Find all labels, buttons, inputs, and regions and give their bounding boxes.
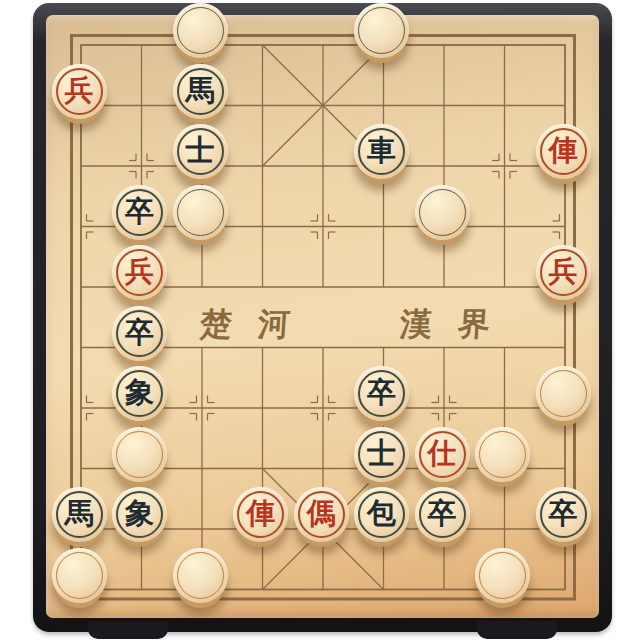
piece-ring: 馬 [56,491,103,538]
piece-glyph: 卒 [367,378,396,409]
piece-black-車[interactable]: 車 [354,124,409,179]
piece-ring [116,431,163,478]
piece-glyph: 車 [367,136,396,167]
piece-black-卒[interactable]: 卒 [536,487,591,542]
piece-ring: 兵 [540,249,587,296]
piece-red-俥[interactable]: 俥 [233,487,288,542]
piece-glyph: 卒 [125,197,154,228]
piece-ring: 象 [116,491,163,538]
piece-ring [479,552,526,599]
piece-red-兵[interactable]: 兵 [52,64,107,119]
piece-ring: 象 [116,370,163,417]
piece-glyph: 包 [367,499,396,530]
piece-red-仕[interactable]: 仕 [415,427,470,482]
piece-black-馬[interactable]: 馬 [52,487,107,542]
hidden-piece-red[interactable] [112,427,167,482]
piece-black-士[interactable]: 士 [173,124,228,179]
piece-ring: 傌 [298,491,345,538]
piece-glyph: 卒 [549,499,578,530]
hidden-piece-red[interactable] [52,548,107,603]
piece-ring: 兵 [56,68,103,115]
piece-black-卒[interactable]: 卒 [112,185,167,240]
piece-glyph: 士 [367,439,396,470]
piece-black-象[interactable]: 象 [112,487,167,542]
piece-glyph: 馬 [65,499,94,530]
piece-ring: 包 [358,491,405,538]
hidden-piece-red[interactable] [475,427,530,482]
hidden-piece-black[interactable] [415,185,470,240]
piece-red-傌[interactable]: 傌 [294,487,349,542]
piece-ring: 卒 [419,491,466,538]
piece-black-包[interactable]: 包 [354,487,409,542]
piece-glyph: 象 [125,378,154,409]
piece-glyph: 卒 [125,318,154,349]
piece-grid: 兵馬士車俥卒兵兵卒象卒士仕馬象俥傌包卒卒 [51,12,596,617]
board-frame: 楚河 漢界 兵馬士車俥卒兵兵卒象卒士仕馬象俥傌包卒卒 [33,3,612,632]
piece-ring: 士 [358,431,405,478]
piece-glyph: 卒 [428,499,457,530]
piece-ring: 士 [177,128,224,175]
hidden-piece-black[interactable] [354,3,409,58]
hidden-piece-red[interactable] [475,548,530,603]
hidden-piece-red[interactable] [536,366,591,421]
piece-glyph: 俥 [549,136,578,167]
piece-ring [479,431,526,478]
board-surface[interactable]: 楚河 漢界 兵馬士車俥卒兵兵卒象卒士仕馬象俥傌包卒卒 [46,15,599,618]
board-foot-right [477,621,557,639]
piece-ring: 卒 [540,491,587,538]
piece-black-卒[interactable]: 卒 [415,487,470,542]
piece-ring: 馬 [177,68,224,115]
piece-ring [419,189,466,236]
piece-ring: 俥 [540,128,587,175]
piece-black-馬[interactable]: 馬 [173,64,228,119]
piece-ring: 卒 [116,310,163,357]
hidden-piece-red[interactable] [173,548,228,603]
piece-black-士[interactable]: 士 [354,427,409,482]
board-foot-left [88,621,168,639]
xiangqi-screenshot: { "game": { "name": "Xiangqi (Chinese Ch… [0,0,640,640]
piece-black-卒[interactable]: 卒 [112,306,167,361]
piece-ring [177,189,224,236]
piece-ring: 俥 [237,491,284,538]
piece-ring [56,552,103,599]
piece-glyph: 俥 [246,499,275,530]
piece-glyph: 兵 [65,76,94,107]
piece-ring [177,7,224,54]
piece-glyph: 馬 [186,76,215,107]
piece-black-卒[interactable]: 卒 [354,366,409,421]
piece-ring: 仕 [419,431,466,478]
piece-ring [358,7,405,54]
piece-glyph: 兵 [125,257,154,288]
piece-glyph: 象 [125,499,154,530]
piece-red-兵[interactable]: 兵 [536,245,591,300]
piece-ring [177,552,224,599]
piece-ring: 車 [358,128,405,175]
piece-ring: 卒 [358,370,405,417]
piece-black-象[interactable]: 象 [112,366,167,421]
piece-glyph: 仕 [428,439,457,470]
piece-red-兵[interactable]: 兵 [112,245,167,300]
piece-glyph: 兵 [549,257,578,288]
piece-ring: 卒 [116,189,163,236]
piece-red-俥[interactable]: 俥 [536,124,591,179]
piece-glyph: 傌 [307,499,336,530]
piece-ring [540,370,587,417]
piece-glyph: 士 [186,136,215,167]
piece-ring: 兵 [116,249,163,296]
hidden-piece-black[interactable] [173,3,228,58]
hidden-piece-black[interactable] [173,185,228,240]
